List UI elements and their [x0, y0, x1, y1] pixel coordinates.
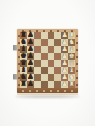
coord-notch-top	[29, 30, 31, 32]
square-d5[interactable]	[41, 60, 48, 67]
square-h6[interactable]	[34, 32, 41, 39]
square-a4[interactable]	[48, 81, 55, 88]
square-d6[interactable]	[34, 60, 41, 67]
coord-notch-bottom	[71, 90, 73, 92]
coord-notch-right	[76, 84, 78, 86]
square-c6[interactable]	[34, 67, 41, 74]
piece-white-rook[interactable]: ♜	[68, 81, 74, 88]
piece-black-rook[interactable]: ♜	[20, 81, 26, 88]
square-f4[interactable]	[48, 46, 55, 53]
piece-black-pawn[interactable]: ♟	[27, 81, 33, 88]
coord-notch-left	[18, 77, 20, 79]
coord-notch-right	[76, 70, 78, 72]
square-c5[interactable]	[41, 67, 48, 74]
coord-notch-right	[76, 35, 78, 37]
chess-board: ♜♟♟♜♞♟♟♞♝♟♟♝♚♟♟♚♛♟♟♛♝♟♟♝♞♟♟♞♜♟♟♜	[17, 29, 78, 93]
coord-notch-right	[76, 56, 78, 58]
square-h5[interactable]	[41, 32, 48, 39]
square-f3[interactable]	[54, 46, 61, 53]
coord-notch-top	[57, 30, 59, 32]
coord-notch-bottom	[29, 90, 31, 92]
coord-notch-bottom	[64, 90, 66, 92]
coord-notch-top	[43, 30, 45, 32]
square-a3[interactable]	[54, 81, 61, 88]
square-f6[interactable]	[34, 46, 41, 53]
coord-notch-right	[76, 63, 78, 65]
square-e4[interactable]	[48, 53, 55, 60]
square-e3[interactable]	[54, 53, 61, 60]
hinge-icon	[13, 45, 17, 50]
coord-notch-top	[36, 30, 38, 32]
photo-scene: ♜♟♟♜♞♟♟♞♝♟♟♝♚♟♟♚♛♟♟♛♝♟♟♝♞♟♟♞♜♟♟♜	[0, 0, 95, 126]
square-a8[interactable]: ♜	[20, 81, 27, 88]
square-b4[interactable]	[48, 74, 55, 81]
coord-notch-top	[64, 30, 66, 32]
square-c4[interactable]	[48, 67, 55, 74]
square-g6[interactable]	[34, 39, 41, 46]
hinge-icon	[13, 74, 17, 79]
square-g4[interactable]	[48, 39, 55, 46]
coord-notch-bottom	[50, 90, 52, 92]
coord-notch-bottom	[36, 90, 38, 92]
coord-notch-left	[18, 42, 20, 44]
square-c3[interactable]	[54, 67, 61, 74]
square-a7[interactable]: ♟	[27, 81, 34, 88]
coord-notch-right	[76, 49, 78, 51]
coord-notch-left	[18, 70, 20, 72]
coord-notch-left	[18, 56, 20, 58]
coord-notch-bottom	[43, 90, 45, 92]
square-a2[interactable]: ♟	[61, 81, 68, 88]
square-a6[interactable]	[34, 81, 41, 88]
square-g5[interactable]	[41, 39, 48, 46]
square-e5[interactable]	[41, 53, 48, 60]
coord-notch-left	[18, 63, 20, 65]
coord-notch-top	[50, 30, 52, 32]
coord-notch-bottom	[57, 90, 59, 92]
coord-notch-top	[71, 30, 73, 32]
coord-notch-left	[18, 84, 20, 86]
square-h3[interactable]	[54, 32, 61, 39]
square-b6[interactable]	[34, 74, 41, 81]
square-f5[interactable]	[41, 46, 48, 53]
square-e6[interactable]	[34, 53, 41, 60]
coord-notch-right	[76, 42, 78, 44]
square-d4[interactable]	[48, 60, 55, 67]
board-grid: ♜♟♟♜♞♟♟♞♝♟♟♝♚♟♟♚♛♟♟♛♝♟♟♝♞♟♟♞♜♟♟♜	[20, 32, 75, 88]
coord-notch-right	[76, 77, 78, 79]
square-a5[interactable]	[41, 81, 48, 88]
square-g3[interactable]	[54, 39, 61, 46]
coord-notch-left	[18, 35, 20, 37]
coord-notch-left	[18, 49, 20, 51]
square-h4[interactable]	[48, 32, 55, 39]
square-a1[interactable]: ♜	[68, 81, 75, 88]
piece-white-pawn[interactable]: ♟	[62, 81, 68, 88]
square-d3[interactable]	[54, 60, 61, 67]
square-b5[interactable]	[41, 74, 48, 81]
board-shadow	[15, 95, 80, 98]
square-b3[interactable]	[54, 74, 61, 81]
